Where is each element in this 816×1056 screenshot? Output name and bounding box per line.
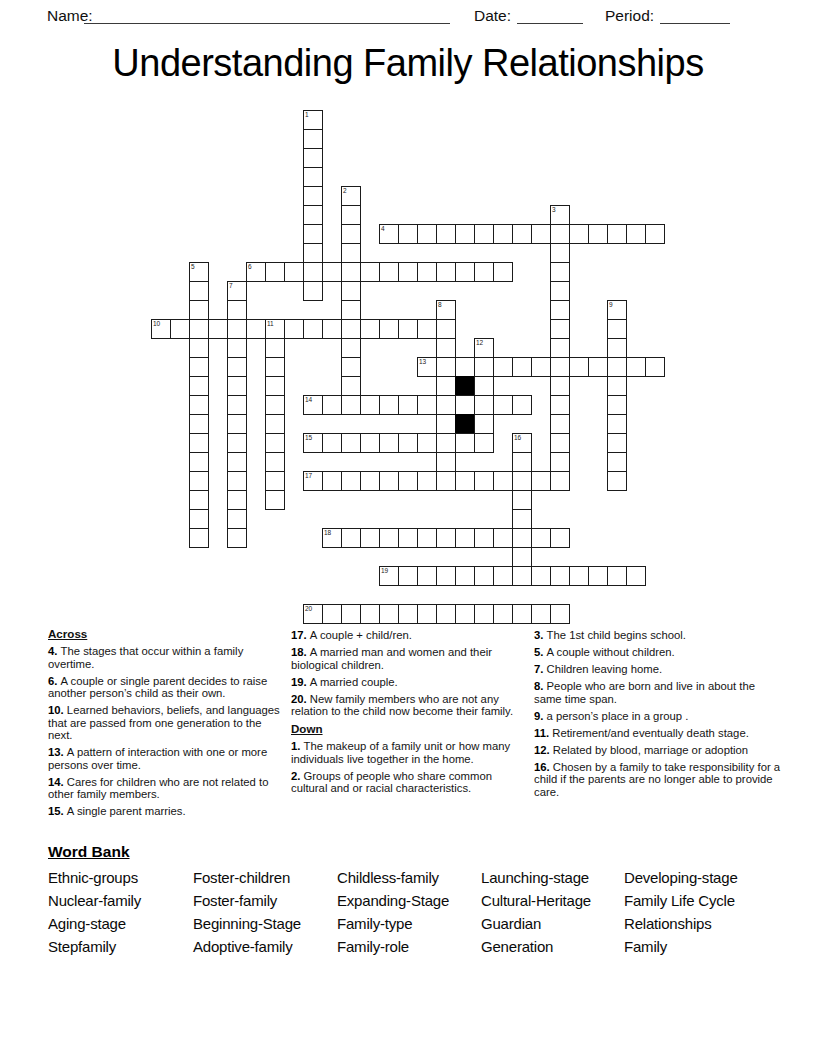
grid-cell[interactable]: 19 (379, 566, 399, 586)
grid-cell[interactable] (550, 452, 570, 472)
grid-cell[interactable] (550, 281, 570, 301)
word-bank-item: Expanding-Stage (337, 889, 481, 912)
grid-cell[interactable] (417, 566, 437, 586)
grid-cell[interactable] (189, 300, 209, 320)
grid-cell[interactable] (189, 471, 209, 491)
grid-cell[interactable] (398, 224, 418, 244)
clue-across-15: 15. A single parent marries. (48, 805, 289, 818)
grid-cell[interactable] (645, 224, 665, 244)
grid-cell[interactable] (588, 357, 608, 377)
grid-cell[interactable] (436, 224, 456, 244)
grid-cell[interactable] (607, 376, 627, 396)
grid-cell[interactable] (360, 528, 380, 548)
grid-cell[interactable] (341, 300, 361, 320)
clue-number: 19 (381, 567, 388, 574)
grid-cell[interactable] (303, 243, 323, 263)
word-bank-item: Nuclear-family (48, 889, 193, 912)
grid-cell[interactable] (265, 357, 285, 377)
grid-cell[interactable] (455, 224, 475, 244)
grid-cell[interactable] (360, 604, 380, 624)
grid-cell[interactable] (607, 566, 627, 586)
grid-cell[interactable] (455, 433, 475, 453)
word-bank-item: Stepfamily (48, 935, 193, 958)
grid-cell[interactable] (455, 395, 475, 415)
clue-across-6: 6. A couple or single parent decides to … (48, 675, 289, 700)
grid-cell[interactable] (569, 566, 589, 586)
grid-cell[interactable] (398, 395, 418, 415)
grid-cell[interactable] (550, 566, 570, 586)
clue-down-1: 1. The makeup of a family unit or how ma… (291, 740, 531, 765)
word-bank-item: Beginning-Stage (193, 912, 337, 935)
blocked-cell (455, 376, 475, 396)
grid-cell[interactable] (550, 376, 570, 396)
clue-number: 12 (476, 339, 483, 346)
grid-cell[interactable] (588, 224, 608, 244)
grid-cell[interactable] (227, 376, 247, 396)
grid-cell[interactable]: 17 (303, 471, 323, 491)
grid-cell[interactable] (379, 395, 399, 415)
grid-cell[interactable] (246, 319, 266, 339)
grid-cell[interactable] (265, 262, 285, 282)
word-bank-item: Foster-family (193, 889, 337, 912)
grid-cell[interactable] (189, 395, 209, 415)
grid-cell[interactable] (531, 357, 551, 377)
grid-cell[interactable] (227, 319, 247, 339)
clues-column-3: 3. The 1st child begins school.5. A coup… (534, 629, 783, 803)
grid-cell[interactable] (322, 471, 342, 491)
grid-cell[interactable] (417, 471, 437, 491)
grid-cell[interactable]: 4 (379, 224, 399, 244)
word-bank-item: Aging-stage (48, 912, 193, 935)
grid-cell[interactable] (474, 433, 494, 453)
grid-cell[interactable] (474, 566, 494, 586)
grid-cell[interactable] (550, 433, 570, 453)
grid-cell[interactable] (265, 433, 285, 453)
grid-cell[interactable] (436, 319, 456, 339)
grid-cell[interactable] (436, 433, 456, 453)
grid-cell[interactable] (265, 471, 285, 491)
crossword-grid: 1234567891011121314151617181920 (151, 110, 666, 625)
grid-cell[interactable] (512, 224, 532, 244)
grid-cell[interactable] (645, 357, 665, 377)
grid-cell[interactable] (398, 604, 418, 624)
clue-down-16: 16. Chosen by a family to take responsib… (534, 761, 783, 799)
clues-column-1: Across 4. The stages that occur within a… (48, 627, 289, 822)
grid-cell[interactable] (493, 471, 513, 491)
grid-cell[interactable] (341, 357, 361, 377)
grid-cell[interactable] (436, 528, 456, 548)
grid-cell[interactable] (531, 566, 551, 586)
word-bank: Word Bank Ethnic-groupsFoster-childrenCh… (48, 843, 772, 958)
grid-cell[interactable] (341, 471, 361, 491)
word-bank-item: Relationships (624, 912, 772, 935)
word-bank-item: Family (624, 935, 772, 958)
blocked-cell (455, 414, 475, 434)
grid-cell[interactable] (417, 262, 437, 282)
grid-cell[interactable] (474, 357, 494, 377)
grid-cell[interactable] (303, 224, 323, 244)
grid-cell[interactable] (189, 433, 209, 453)
grid-cell[interactable] (436, 604, 456, 624)
grid-cell[interactable] (436, 357, 456, 377)
grid-cell[interactable] (322, 319, 342, 339)
grid-cell[interactable] (531, 604, 551, 624)
grid-cell[interactable]: 7 (227, 281, 247, 301)
grid-cell[interactable] (436, 262, 456, 282)
grid-cell[interactable] (360, 319, 380, 339)
grid-cell[interactable] (341, 243, 361, 263)
clue-col-3-list: 3. The 1st child begins school.5. A coup… (534, 629, 783, 798)
grid-cell[interactable] (398, 566, 418, 586)
grid-cell[interactable] (493, 528, 513, 548)
grid-cell[interactable] (303, 129, 323, 149)
grid-cell[interactable]: 6 (246, 262, 266, 282)
grid-cell[interactable] (512, 452, 532, 472)
grid-cell[interactable]: 2 (341, 186, 361, 206)
grid-cell[interactable] (474, 528, 494, 548)
grid-cell[interactable] (455, 471, 475, 491)
grid-cell[interactable]: 14 (303, 395, 323, 415)
grid-cell[interactable] (607, 357, 627, 377)
grid-cell[interactable] (341, 528, 361, 548)
grid-cell[interactable] (550, 528, 570, 548)
word-bank-item: Cultural-Heritage (481, 889, 624, 912)
grid-cell[interactable] (189, 452, 209, 472)
grid-cell[interactable] (379, 262, 399, 282)
grid-cell[interactable] (626, 357, 646, 377)
grid-cell[interactable] (550, 471, 570, 491)
grid-cell[interactable] (398, 528, 418, 548)
grid-cell[interactable]: 12 (474, 338, 494, 358)
grid-cell[interactable] (512, 471, 532, 491)
grid-cell[interactable] (512, 490, 532, 510)
grid-cell[interactable]: 10 (151, 319, 171, 339)
word-bank-item: Family-type (337, 912, 481, 935)
grid-cell[interactable] (436, 452, 456, 472)
grid-cell[interactable] (455, 566, 475, 586)
grid-cell[interactable] (550, 395, 570, 415)
grid-cell[interactable]: 16 (512, 433, 532, 453)
name-line (84, 23, 450, 24)
grid-cell[interactable] (341, 319, 361, 339)
grid-cell[interactable] (512, 395, 532, 415)
grid-cell[interactable] (550, 319, 570, 339)
clue-down-3: 3. The 1st child begins school. (534, 629, 783, 642)
grid-cell[interactable] (436, 471, 456, 491)
grid-cell[interactable] (265, 395, 285, 415)
across-heading: Across (48, 627, 289, 640)
grid-cell[interactable] (227, 471, 247, 491)
grid-cell[interactable] (607, 452, 627, 472)
grid-cell[interactable] (189, 357, 209, 377)
grid-cell[interactable] (417, 319, 437, 339)
grid-cell[interactable]: 11 (265, 319, 285, 339)
clue-number: 11 (267, 320, 273, 327)
clue-down-5: 5. A couple without children. (534, 646, 783, 659)
grid-cell[interactable] (493, 357, 513, 377)
word-bank-item: Generation (481, 935, 624, 958)
grid-cell[interactable] (227, 338, 247, 358)
grid-cell[interactable] (588, 566, 608, 586)
grid-cell[interactable] (227, 395, 247, 415)
grid-cell[interactable] (436, 414, 456, 434)
grid-cell[interactable] (360, 262, 380, 282)
grid-cell[interactable] (531, 224, 551, 244)
clue-number: 4 (381, 225, 384, 232)
grid-cell[interactable] (341, 376, 361, 396)
clue-number: 9 (609, 301, 612, 308)
grid-cell[interactable] (341, 224, 361, 244)
grid-cell[interactable] (227, 528, 247, 548)
clue-number: 16 (514, 434, 521, 441)
clue-number: 6 (248, 263, 251, 270)
grid-cell[interactable] (227, 509, 247, 529)
grid-cell[interactable] (607, 224, 627, 244)
grid-cell[interactable] (189, 338, 209, 358)
grid-cell[interactable] (436, 338, 456, 358)
grid-cell[interactable] (398, 433, 418, 453)
grid-cell[interactable] (227, 490, 247, 510)
grid-cell[interactable] (455, 357, 475, 377)
page-title: Understanding Family Relationships (0, 42, 816, 85)
grid-cell[interactable] (189, 509, 209, 529)
clue-across-14: 14. Cares for children who are not relat… (48, 776, 289, 801)
grid-cell[interactable] (417, 528, 437, 548)
grid-cell[interactable] (341, 338, 361, 358)
clue-down-9: 9. a person’s place in a group . (534, 710, 783, 723)
grid-cell[interactable] (341, 262, 361, 282)
grid-cell[interactable] (474, 224, 494, 244)
grid-cell[interactable] (493, 566, 513, 586)
grid-cell[interactable] (493, 224, 513, 244)
grid-cell[interactable] (189, 376, 209, 396)
grid-cell[interactable] (398, 319, 418, 339)
grid-cell[interactable] (379, 319, 399, 339)
clue-number: 3 (552, 206, 555, 213)
grid-cell[interactable] (607, 471, 627, 491)
clue-number: 15 (305, 434, 312, 441)
grid-cell[interactable] (493, 395, 513, 415)
word-bank-item: Ethnic-groups (48, 866, 193, 889)
grid-cell[interactable] (493, 604, 513, 624)
grid-cell[interactable] (550, 224, 570, 244)
clues-column-2: 17. A couple + child/ren.18. A married m… (291, 629, 531, 799)
grid-cell[interactable] (417, 224, 437, 244)
grid-cell[interactable] (341, 433, 361, 453)
grid-cell[interactable]: 9 (607, 300, 627, 320)
word-bank-item: Foster-children (193, 866, 337, 889)
grid-cell[interactable] (531, 471, 551, 491)
clue-col-2-across: 17. A couple + child/ren.18. A married m… (291, 629, 531, 718)
grid-cell[interactable] (436, 566, 456, 586)
grid-cell[interactable] (265, 452, 285, 472)
grid-cell[interactable] (607, 433, 627, 453)
grid-cell[interactable] (417, 604, 437, 624)
clue-number: 13 (419, 358, 426, 365)
grid-cell[interactable] (341, 604, 361, 624)
grid-cell[interactable] (341, 281, 361, 301)
word-bank-heading: Word Bank (48, 843, 772, 861)
clue-number: 7 (229, 282, 232, 289)
grid-cell[interactable] (265, 490, 285, 510)
grid-cell[interactable] (474, 414, 494, 434)
grid-cell[interactable] (265, 338, 285, 358)
grid-cell[interactable] (512, 566, 532, 586)
clue-number: 14 (305, 396, 312, 403)
grid-cell[interactable] (284, 262, 304, 282)
grid-cell[interactable] (322, 433, 342, 453)
word-bank-grid: Ethnic-groupsFoster-childrenChildless-fa… (48, 866, 772, 958)
grid-cell[interactable] (493, 262, 513, 282)
grid-cell[interactable] (303, 319, 323, 339)
grid-cell[interactable] (227, 452, 247, 472)
grid-cell[interactable] (189, 414, 209, 434)
date-label: Date: (474, 7, 511, 25)
clue-number: 8 (438, 301, 441, 308)
word-bank-item: Family-role (337, 935, 481, 958)
grid-cell[interactable] (569, 224, 589, 244)
grid-cell[interactable] (512, 604, 532, 624)
grid-cell[interactable] (189, 319, 209, 339)
word-bank-item: Guardian (481, 912, 624, 935)
clue-number: 10 (153, 320, 160, 327)
grid-cell[interactable]: 1 (303, 110, 323, 130)
grid-cell[interactable] (474, 471, 494, 491)
grid-cell[interactable] (322, 604, 342, 624)
grid-cell[interactable] (550, 262, 570, 282)
grid-cell[interactable] (626, 566, 646, 586)
grid-cell[interactable] (512, 547, 532, 567)
grid-cell[interactable] (379, 433, 399, 453)
grid-cell[interactable] (398, 262, 418, 282)
period-line (660, 23, 730, 24)
grid-cell[interactable] (322, 262, 342, 282)
grid-cell[interactable]: 8 (436, 300, 456, 320)
grid-cell[interactable]: 20 (303, 604, 323, 624)
grid-cell[interactable] (360, 395, 380, 415)
period-label: Period: (605, 7, 654, 25)
grid-cell[interactable] (379, 528, 399, 548)
worksheet-page: { "header": { "name_label": "Name:", "da… (0, 0, 816, 1056)
grid-cell[interactable] (550, 300, 570, 320)
word-bank-item: Developing-stage (624, 866, 772, 889)
down-heading: Down (291, 722, 531, 735)
word-bank-item: Family Life Cycle (624, 889, 772, 912)
clue-number: 1 (305, 111, 308, 118)
grid-cell[interactable] (607, 414, 627, 434)
word-bank-item: Childless-family (337, 866, 481, 889)
grid-cell[interactable] (341, 205, 361, 225)
grid-cell[interactable] (322, 395, 342, 415)
clue-down-11: 11. Retirement/and eventually death stag… (534, 727, 783, 740)
grid-cell[interactable] (227, 414, 247, 434)
grid-cell[interactable] (208, 319, 228, 339)
clue-across-20: 20. New family members who are not any r… (291, 693, 531, 718)
grid-cell[interactable] (227, 300, 247, 320)
grid-cell[interactable] (512, 357, 532, 377)
grid-cell[interactable]: 5 (189, 262, 209, 282)
grid-cell[interactable] (303, 205, 323, 225)
grid-cell[interactable] (303, 167, 323, 187)
grid-cell[interactable] (417, 395, 437, 415)
clue-number: 18 (324, 529, 331, 536)
grid-cell[interactable] (455, 604, 475, 624)
grid-cell[interactable] (474, 604, 494, 624)
grid-cell[interactable] (189, 528, 209, 548)
clue-number: 2 (343, 187, 346, 194)
grid-cell[interactable] (474, 395, 494, 415)
clue-number: 5 (191, 263, 194, 270)
grid-cell[interactable]: 3 (550, 205, 570, 225)
clue-across-19: 19. A married couple. (291, 676, 531, 689)
grid-cell[interactable] (227, 433, 247, 453)
grid-cell[interactable] (436, 395, 456, 415)
grid-cell[interactable] (436, 376, 456, 396)
grid-cell[interactable] (379, 471, 399, 491)
grid-cell[interactable] (303, 281, 323, 301)
grid-cell[interactable] (398, 471, 418, 491)
grid-cell[interactable] (303, 262, 323, 282)
clue-down-2: 2. Groups of people who share common cul… (291, 770, 531, 795)
grid-cell[interactable] (512, 528, 532, 548)
grid-cell[interactable] (360, 433, 380, 453)
grid-cell[interactable] (550, 414, 570, 434)
grid-cell[interactable] (607, 395, 627, 415)
grid-cell[interactable] (607, 338, 627, 358)
clue-number: 17 (305, 472, 312, 479)
grid-cell[interactable] (550, 243, 570, 263)
grid-cell[interactable] (303, 186, 323, 206)
clue-number: 20 (305, 605, 312, 612)
grid-cell[interactable] (189, 281, 209, 301)
grid-cell[interactable] (455, 262, 475, 282)
grid-cell[interactable] (474, 376, 494, 396)
word-bank-item: Adoptive-family (193, 935, 337, 958)
clue-across-10: 10. Learned behaviors, beliefs, and lang… (48, 704, 289, 742)
grid-cell[interactable] (550, 338, 570, 358)
grid-cell[interactable]: 18 (322, 528, 342, 548)
grid-cell[interactable] (417, 433, 437, 453)
grid-cell[interactable]: 15 (303, 433, 323, 453)
grid-cell[interactable] (379, 604, 399, 624)
grid-cell[interactable] (341, 395, 361, 415)
grid-cell[interactable] (227, 357, 247, 377)
grid-cell[interactable] (512, 509, 532, 529)
clue-down-7: 7. Children leaving home. (534, 663, 783, 676)
grid-cell[interactable] (550, 357, 570, 377)
clue-across-18: 18. A married man and women and their bi… (291, 646, 531, 671)
grid-cell[interactable]: 13 (417, 357, 437, 377)
grid-cell[interactable] (303, 148, 323, 168)
word-bank-item: Launching-stage (481, 866, 624, 889)
clue-down-12: 12. Related by blood, marriage or adopti… (534, 744, 783, 757)
grid-cell[interactable] (360, 471, 380, 491)
clue-col-2-down: 1. The makeup of a family unit or how ma… (291, 740, 531, 795)
grid-cell[interactable] (265, 414, 285, 434)
grid-cell[interactable] (455, 528, 475, 548)
grid-cell[interactable] (284, 319, 304, 339)
grid-cell[interactable] (626, 224, 646, 244)
grid-cell[interactable] (189, 490, 209, 510)
grid-cell[interactable] (474, 262, 494, 282)
grid-cell[interactable] (550, 604, 570, 624)
grid-cell[interactable] (170, 319, 190, 339)
grid-cell[interactable] (531, 528, 551, 548)
grid-cell[interactable] (265, 376, 285, 396)
grid-cell[interactable] (569, 357, 589, 377)
grid-cell[interactable] (607, 319, 627, 339)
clue-down-8: 8. People who are born and live in about… (534, 680, 783, 705)
